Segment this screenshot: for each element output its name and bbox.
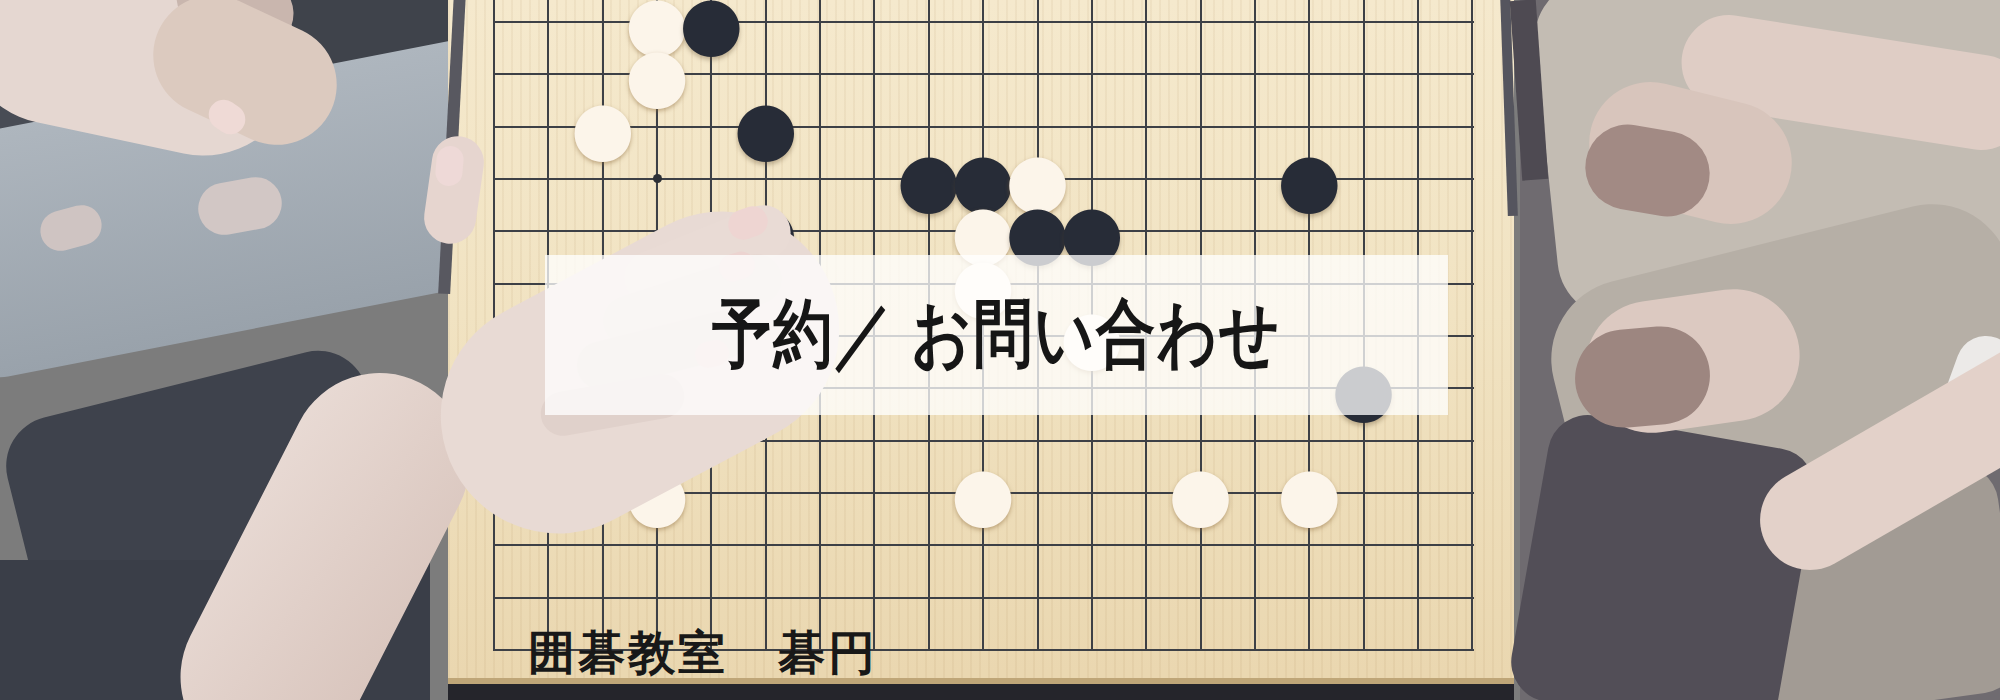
site-logo[interactable]: I G G E N bbox=[0, 390, 520, 700]
school-name: 囲碁教室 碁円 bbox=[528, 622, 878, 685]
hero-banner: ●●●●●●●●●●●●●●●●●●●● 予約／ お問い合わせ I bbox=[0, 0, 2000, 700]
reservation-contact-banner[interactable]: 予約／ お問い合わせ bbox=[545, 255, 1448, 415]
reservation-contact-label: 予約／ お問い合わせ bbox=[712, 285, 1281, 385]
